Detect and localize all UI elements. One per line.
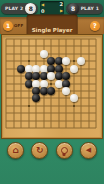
grid-line <box>96 39 97 128</box>
star-point <box>73 105 75 107</box>
undo-button[interactable]: ◀ <box>80 142 97 159</box>
player1-label: PLAY 1 <box>79 6 101 11</box>
grid-line <box>6 105 96 106</box>
mode-bar: 1 OFF Single Player ? <box>0 17 104 34</box>
bottom-bar: ⌂ ↻ ◀ <box>0 140 104 184</box>
toolbar: ⌂ ↻ ◀ <box>0 142 104 159</box>
hint-button[interactable] <box>56 142 73 159</box>
restart-icon: ↻ <box>36 146 44 155</box>
board-area <box>0 34 104 140</box>
grid-line <box>6 128 96 129</box>
home-button[interactable]: ⌂ <box>7 142 24 159</box>
score-panel: ◀ 2 0 ▶ <box>40 1 64 15</box>
star-point <box>73 60 75 62</box>
undo-arrow-icon: ◀ <box>86 147 91 154</box>
player2-score: 2 <box>60 2 63 7</box>
grid-line <box>88 39 89 128</box>
left-arrow-icon: ◀ <box>41 3 44 7</box>
player1-score: 0 <box>41 9 44 14</box>
grid-line <box>73 39 74 128</box>
player2-plaque: PLAY 2 8 <box>1 3 38 14</box>
player2-label: PLAY 2 <box>3 6 25 11</box>
player2-score-row: ◀ 2 <box>41 2 63 7</box>
grid-line <box>81 39 82 128</box>
white-stone <box>40 50 48 58</box>
player1-plaque: 8 PLAY 1 <box>66 3 103 14</box>
home-icon: ⌂ <box>12 146 18 155</box>
game-screen: PLAY 2 8 ◀ 2 0 ▶ 8 PLAY 1 1 OFF Single P… <box>0 0 104 184</box>
white-stone <box>70 65 78 73</box>
star-point <box>50 83 52 85</box>
lightbulb-icon <box>61 147 68 154</box>
toggle-off-label[interactable]: OFF <box>14 23 23 28</box>
grid-line <box>6 98 96 99</box>
black-stone <box>47 87 55 95</box>
black-stone <box>32 94 40 102</box>
play-area[interactable] <box>6 39 96 128</box>
help-button[interactable]: ? <box>90 21 100 31</box>
white-stone <box>70 94 78 102</box>
white-stone <box>62 87 70 95</box>
right-arrow-icon: ▶ <box>60 9 63 13</box>
grid-line <box>6 120 96 121</box>
star-point <box>28 105 30 107</box>
player2-stone-icon: 8 <box>25 3 36 14</box>
star-point <box>28 60 30 62</box>
restart-button[interactable]: ↻ <box>31 142 48 159</box>
mode-label: Single Player <box>32 26 73 32</box>
grid-line <box>6 113 96 114</box>
white-stone <box>77 57 85 65</box>
go-board[interactable] <box>1 34 103 139</box>
player1-stone-icon: 8 <box>68 3 79 14</box>
white-stone <box>62 57 70 65</box>
player1-score-row: 0 ▶ <box>41 9 63 14</box>
level-badge: 1 <box>3 21 13 31</box>
